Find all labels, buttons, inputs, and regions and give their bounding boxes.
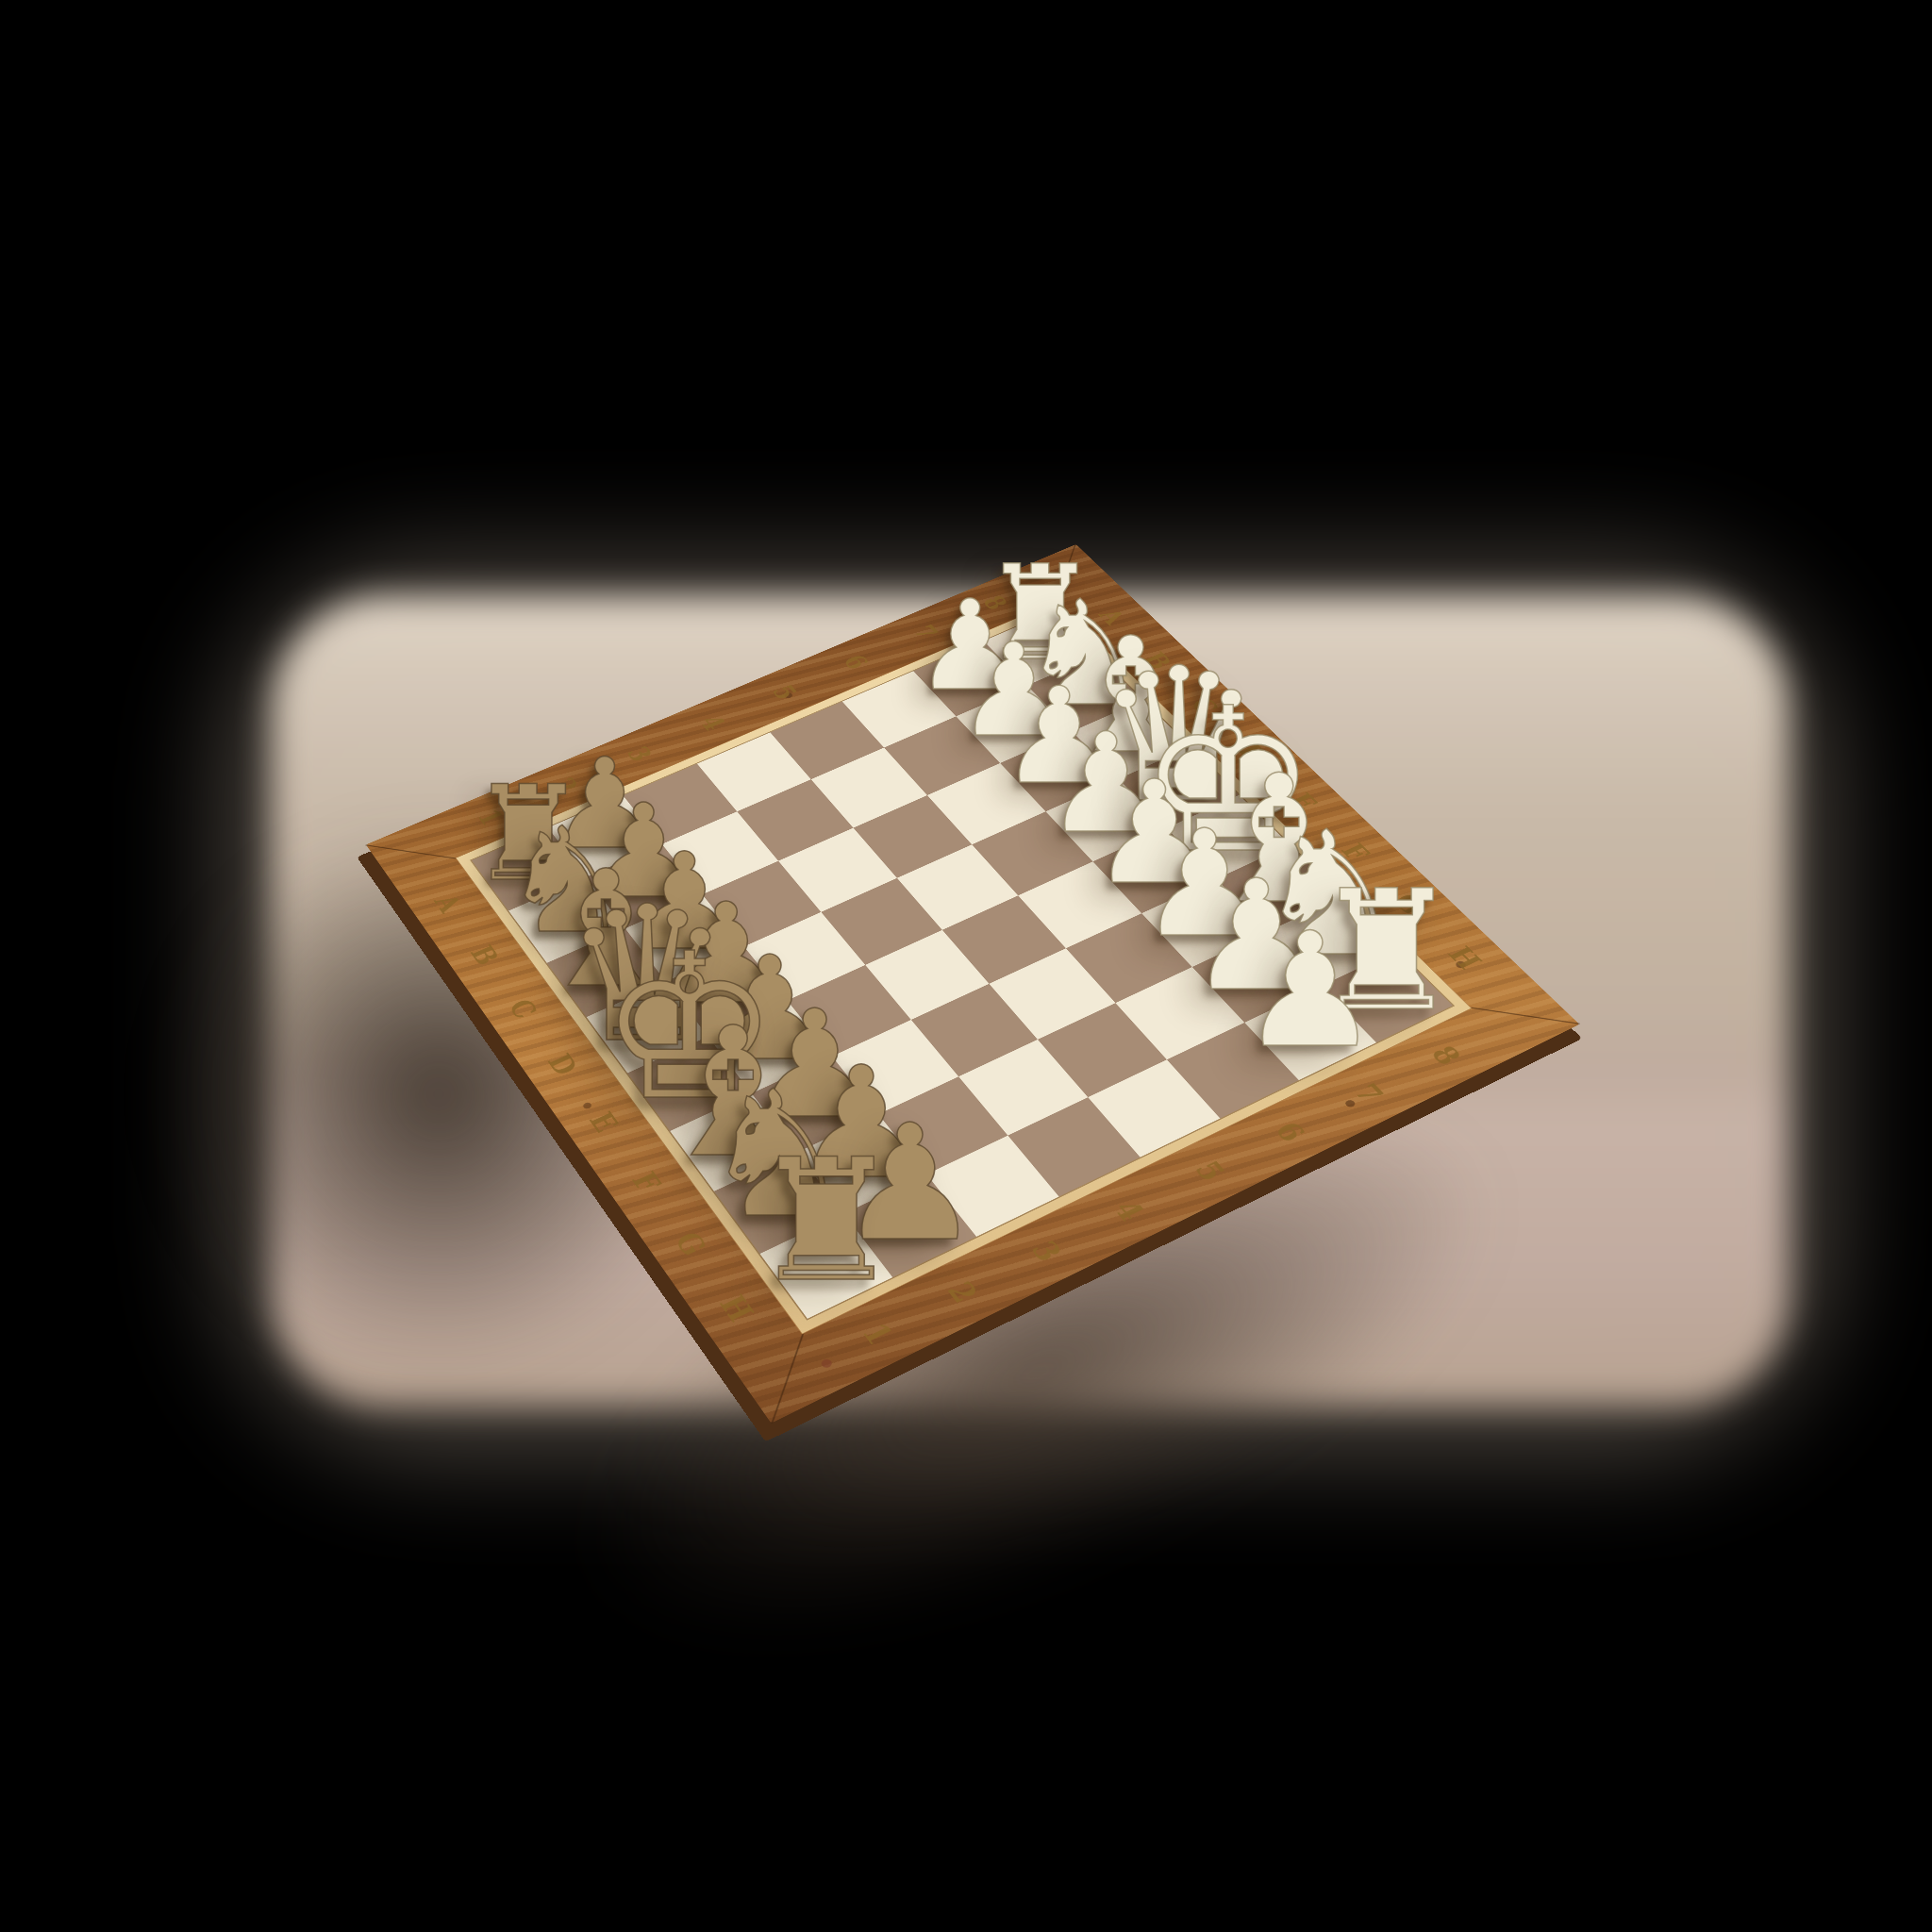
piece-cream-pawn-h7[interactable]: ♟	[1231, 912, 1390, 1071]
frame-miter-seam	[1469, 1007, 1580, 1024]
piece-tan-rook-h1[interactable]: ♜	[741, 1137, 910, 1306]
scene: 88AA77BB66CC55DD44EE33FF22GG11HH ♜♞♝♛♚♝♞…	[0, 0, 1932, 1932]
wood-knot	[820, 1357, 834, 1369]
frame-miter-seam	[365, 844, 458, 858]
